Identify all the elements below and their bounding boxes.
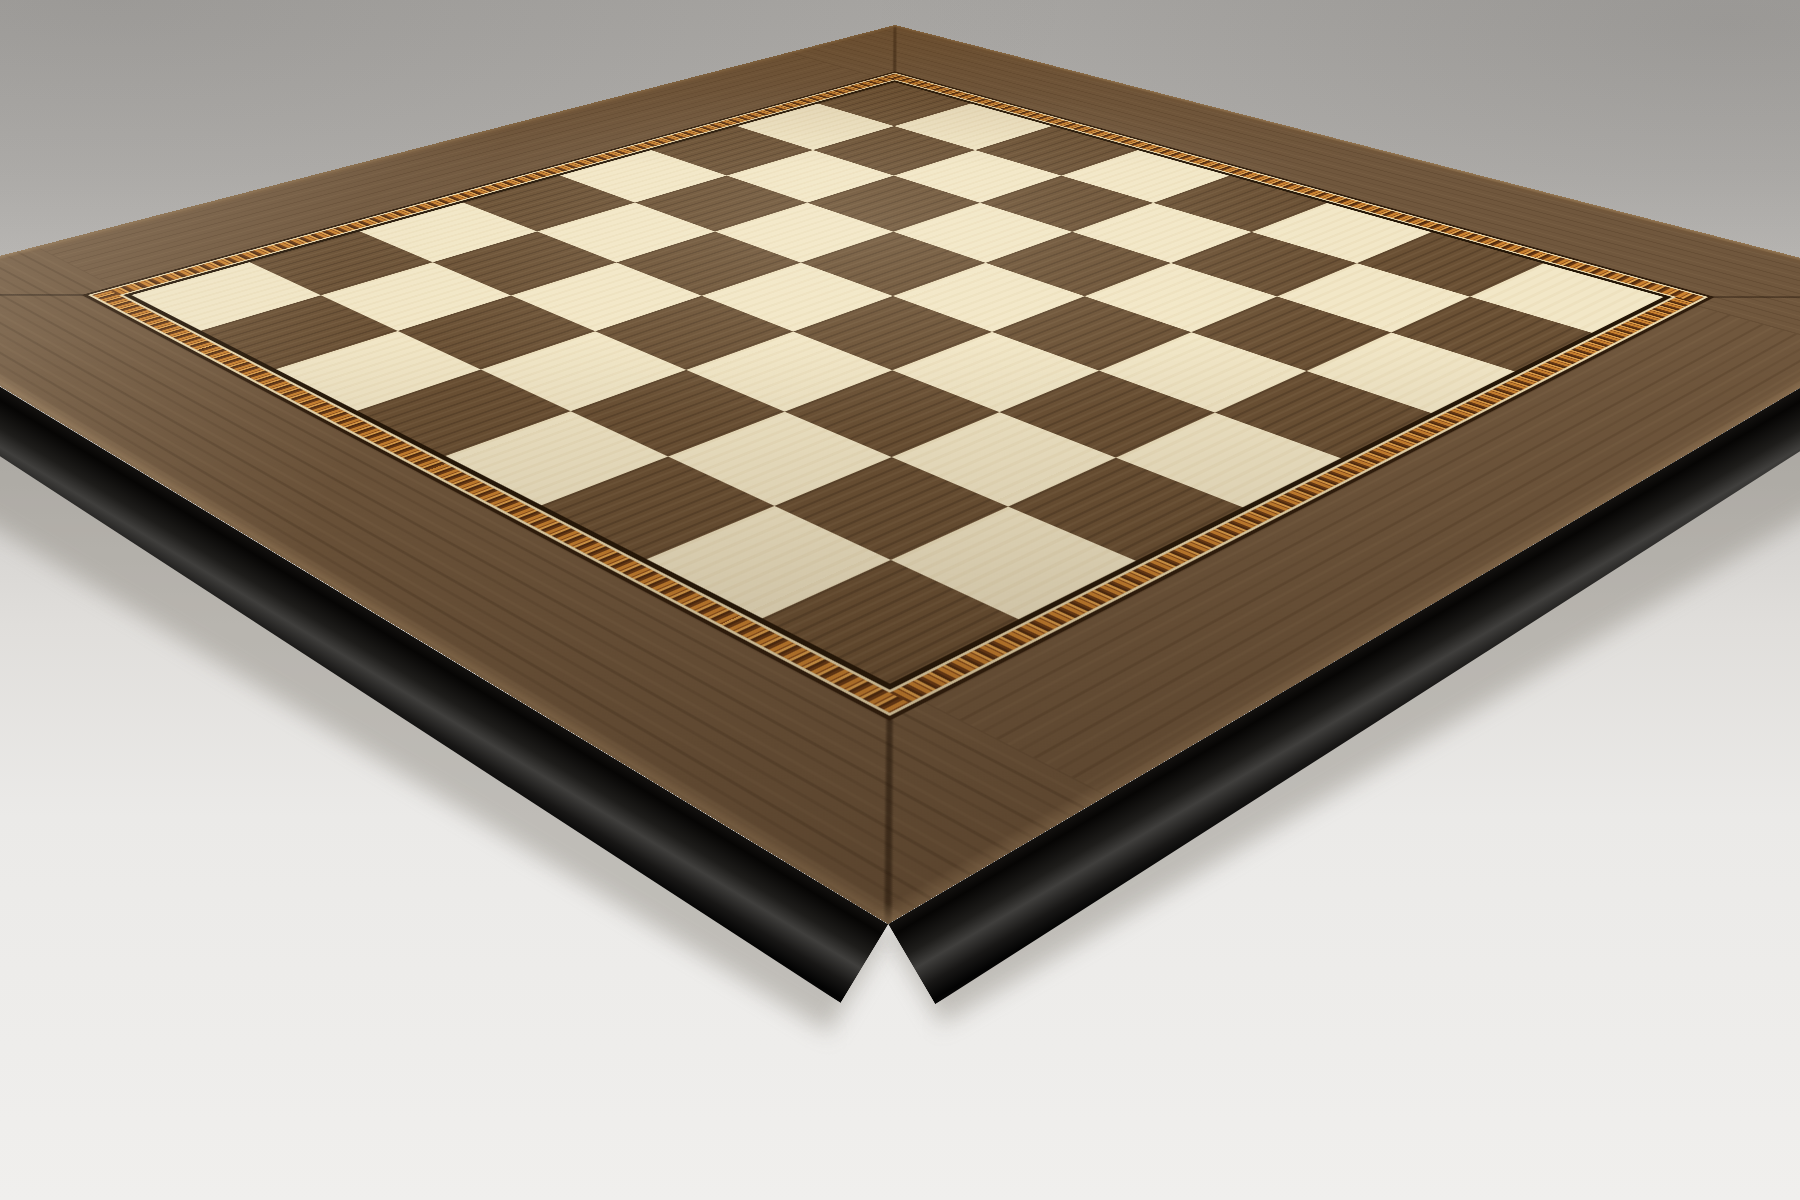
studio-photo-stage [0,0,1800,1200]
chess-board [0,25,1800,924]
